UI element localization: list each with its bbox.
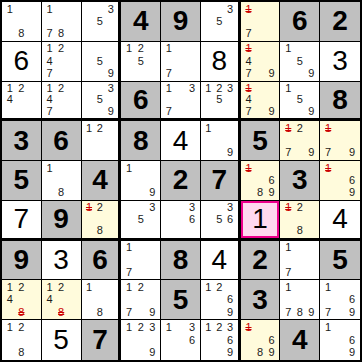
- cell-r1c3[interactable]: 35: [82, 2, 122, 42]
- candidate-grid: 169: [322, 321, 358, 359]
- given-digit: 3: [292, 166, 308, 194]
- eliminated-candidate-1: 1: [322, 162, 334, 174]
- cell-r2c2[interactable]: 1247: [42, 42, 82, 82]
- candidate-2: 2: [55, 83, 67, 95]
- candidate-4: 4: [4, 94, 16, 106]
- cell-r2c6[interactable]: 8: [201, 42, 241, 82]
- cell-r8c9[interactable]: 1679: [320, 280, 360, 320]
- cell-r6c7[interactable]: 1: [241, 201, 281, 241]
- candidate-5: 5: [214, 213, 225, 225]
- cell-r8c5[interactable]: 5: [161, 280, 201, 320]
- cell-r2c8[interactable]: 159: [280, 42, 320, 82]
- candidate-6: 6: [186, 213, 198, 225]
- candidate-4: 4: [243, 94, 255, 106]
- cell-r4c8[interactable]: 2791: [280, 121, 320, 161]
- candidate-9: 9: [266, 67, 278, 79]
- candidate-2: 2: [135, 321, 147, 334]
- cell-r4c1[interactable]: 3: [2, 121, 42, 161]
- candidate-7: 7: [123, 266, 135, 278]
- given-digit: 8: [173, 246, 189, 274]
- candidate-7: 7: [243, 28, 255, 40]
- candidate-1: 1: [44, 281, 56, 293]
- candidate-7: 7: [44, 28, 56, 40]
- candidate-3: 3: [186, 83, 198, 95]
- candidate-1: 1: [322, 321, 334, 334]
- cell-r2c4[interactable]: 125: [121, 42, 161, 82]
- given-digit: 9: [14, 246, 30, 274]
- cell-r7c4[interactable]: 17: [121, 241, 161, 281]
- eliminated-candidate-8: 8: [16, 306, 28, 318]
- candidate-5: 5: [135, 213, 147, 225]
- candidate-1: 1: [123, 162, 135, 174]
- cell-r5c6[interactable]: 7: [201, 161, 241, 201]
- candidate-9: 9: [266, 106, 278, 118]
- given-digit: 3: [252, 286, 268, 314]
- cell-r1c1[interactable]: 18: [2, 2, 42, 42]
- candidate-1: 1: [203, 83, 214, 95]
- cell-r4c6[interactable]: 19: [201, 121, 241, 161]
- given-digit: 5: [173, 286, 189, 314]
- candidate-6: 6: [225, 334, 236, 347]
- cell-r6c9[interactable]: 4: [320, 201, 360, 241]
- cell-r2c5[interactable]: 17: [161, 42, 201, 82]
- cell-r5c7[interactable]: 6891: [241, 161, 281, 201]
- candidate-2: 2: [135, 43, 147, 55]
- candidate-5: 5: [294, 55, 306, 67]
- candidate-8: 8: [55, 187, 67, 199]
- eliminated-candidate-1: 1: [243, 3, 255, 15]
- candidate-1: 1: [203, 122, 214, 134]
- candidate-9: 9: [346, 187, 358, 199]
- candidate-2: 2: [214, 281, 225, 293]
- solved-digit: 3: [53, 246, 69, 274]
- candidate-1: 1: [44, 83, 56, 95]
- candidate-grid: 18: [84, 281, 117, 318]
- candidate-5: 5: [94, 94, 105, 106]
- solved-digit: 8: [211, 47, 227, 75]
- cell-r5c1[interactable]: 5: [2, 161, 42, 201]
- candidate-5: 5: [94, 15, 105, 27]
- cell-r6c8[interactable]: 281: [280, 201, 320, 241]
- candidate-2: 2: [214, 83, 225, 95]
- candidate-grid: 137: [163, 83, 198, 118]
- candidate-1: 1: [84, 122, 95, 134]
- candidate-grid: 1239: [123, 321, 158, 359]
- solved-digit: 4: [332, 205, 348, 233]
- given-digit: 6: [53, 127, 69, 155]
- candidate-grid: 19: [203, 122, 236, 159]
- candidate-1: 1: [44, 43, 56, 55]
- candidate-5: 5: [214, 94, 225, 106]
- candidate-9: 9: [147, 187, 159, 199]
- cell-r4c4[interactable]: 8: [121, 121, 161, 161]
- candidate-9: 9: [306, 67, 318, 79]
- candidate-grid: 1247: [44, 83, 79, 118]
- candidate-9: 9: [306, 306, 318, 318]
- cell-r3c6[interactable]: 1235: [201, 82, 241, 122]
- candidate-grid: 17: [163, 43, 198, 80]
- cell-r1c8[interactable]: 6: [280, 2, 320, 42]
- cell-r7c2[interactable]: 3: [42, 241, 82, 281]
- cell-r7c9[interactable]: 5: [320, 241, 360, 281]
- candidate-1: 1: [84, 281, 95, 293]
- candidate-6: 6: [266, 174, 278, 186]
- given-digit: 5: [332, 246, 348, 274]
- cell-r9c7[interactable]: 6891: [241, 320, 281, 360]
- cell-r6c1[interactable]: 7: [2, 201, 42, 241]
- candidate-5: 5: [94, 55, 105, 67]
- cell-r1c7[interactable]: 71: [241, 2, 281, 42]
- candidate-grid: 12369: [203, 321, 236, 359]
- candidate-8: 8: [16, 28, 28, 40]
- cell-r2c1[interactable]: 6: [2, 42, 42, 82]
- cell-r7c5[interactable]: 8: [161, 241, 201, 281]
- cell-r3c9[interactable]: 8: [320, 82, 360, 122]
- given-digit: 4: [133, 7, 149, 35]
- given-digit: 2: [332, 7, 348, 35]
- candidate-9: 9: [225, 346, 236, 359]
- candidate-grid: 35: [203, 3, 236, 40]
- candidate-2: 2: [16, 321, 28, 334]
- candidate-grid: 1789: [282, 281, 317, 318]
- cell-r3c8[interactable]: 159: [280, 82, 320, 122]
- candidate-grid: 35: [84, 3, 117, 40]
- candidate-1: 1: [163, 43, 175, 55]
- candidate-1: 1: [123, 43, 135, 55]
- candidate-7: 7: [44, 67, 56, 79]
- candidate-5: 5: [214, 15, 225, 27]
- candidate-grid: 1248: [4, 281, 39, 318]
- cell-r7c6[interactable]: 4: [201, 241, 241, 281]
- eliminated-candidate-1: 1: [243, 43, 255, 55]
- solved-digit: 7: [14, 205, 30, 233]
- candidate-grid: 2791: [282, 122, 317, 159]
- candidate-grid: 356: [203, 202, 236, 237]
- solved-digit: 6: [14, 47, 30, 75]
- candidate-6: 6: [346, 294, 358, 306]
- candidate-9: 9: [346, 346, 358, 359]
- candidate-1: 1: [322, 281, 334, 293]
- candidate-8: 8: [55, 28, 67, 40]
- candidate-grid: 1248: [44, 281, 79, 318]
- candidate-7: 7: [243, 67, 255, 79]
- cell-r7c1[interactable]: 9: [2, 241, 42, 281]
- given-digit: 8: [133, 127, 149, 155]
- candidate-6: 6: [346, 334, 358, 347]
- cell-r7c7[interactable]: 2: [241, 241, 281, 281]
- given-digit: 2: [252, 246, 268, 274]
- solved-digit: 5: [53, 326, 69, 354]
- cell-r3c3[interactable]: 359: [82, 82, 122, 122]
- given-digit: 9: [173, 7, 189, 35]
- candidate-2: 2: [94, 122, 105, 134]
- candidate-7: 7: [123, 306, 135, 318]
- candidate-9: 9: [266, 187, 278, 199]
- candidate-1: 1: [44, 162, 56, 174]
- candidate-2: 2: [94, 202, 105, 214]
- candidate-8: 8: [294, 306, 306, 318]
- cell-r6c6[interactable]: 356: [201, 201, 241, 241]
- eliminated-candidate-1: 1: [243, 321, 255, 334]
- cell-r3c4[interactable]: 6: [121, 82, 161, 122]
- candidate-grid: 1679: [322, 281, 358, 318]
- candidate-8: 8: [16, 346, 28, 359]
- cell-r9c6[interactable]: 12369: [201, 320, 241, 360]
- cell-r6c3[interactable]: 281: [82, 201, 122, 241]
- cell-r6c4[interactable]: 35: [121, 201, 161, 241]
- candidate-9: 9: [266, 346, 278, 359]
- candidate-6: 6: [266, 334, 278, 347]
- given-digit: 7: [92, 326, 108, 354]
- cell-r4c9[interactable]: 791: [320, 121, 360, 161]
- candidate-grid: 281: [84, 202, 117, 237]
- candidate-3: 3: [147, 321, 159, 334]
- candidate-grid: 128: [4, 321, 39, 359]
- candidate-7: 7: [282, 266, 294, 278]
- candidate-2: 2: [55, 281, 67, 293]
- candidate-5: 5: [135, 55, 147, 67]
- eliminated-candidate-1: 1: [282, 202, 294, 214]
- cell-r3c1[interactable]: 124: [2, 82, 42, 122]
- candidate-6: 6: [225, 294, 236, 306]
- cell-r1c9[interactable]: 2: [320, 2, 360, 42]
- cell-r5c8[interactable]: 3: [280, 161, 320, 201]
- cell-r8c1[interactable]: 1248: [2, 280, 42, 320]
- candidate-grid: 124: [4, 83, 39, 118]
- candidate-1: 1: [123, 281, 135, 293]
- candidate-9: 9: [147, 346, 159, 359]
- cell-r2c7[interactable]: 4791: [241, 42, 281, 82]
- candidate-1: 1: [4, 281, 16, 293]
- candidate-2: 2: [135, 281, 147, 293]
- candidate-grid: 36: [163, 202, 198, 237]
- cell-r3c5[interactable]: 137: [161, 82, 201, 122]
- cell-r4c3[interactable]: 12: [82, 121, 122, 161]
- candidate-grid: 59: [84, 43, 117, 80]
- given-digit: 4: [292, 326, 308, 354]
- candidate-2: 2: [55, 43, 67, 55]
- candidate-2: 2: [16, 83, 28, 95]
- candidate-8: 8: [294, 225, 306, 237]
- candidate-3: 3: [225, 83, 236, 95]
- candidate-grid: 6891: [243, 321, 278, 359]
- cell-r8c4[interactable]: 1279: [121, 280, 161, 320]
- candidate-grid: 1247: [44, 43, 79, 80]
- given-digit: 6: [292, 7, 308, 35]
- candidate-4: 4: [44, 94, 56, 106]
- given-digit: 2: [173, 166, 189, 194]
- candidate-grid: 691: [322, 162, 358, 199]
- candidate-9: 9: [105, 106, 116, 118]
- eliminated-candidate-1: 1: [84, 202, 95, 214]
- candidate-1: 1: [4, 321, 16, 334]
- cell-r2c3[interactable]: 59: [82, 42, 122, 82]
- candidate-3: 3: [147, 202, 159, 214]
- candidate-9: 9: [225, 147, 236, 159]
- candidate-3: 3: [186, 321, 198, 334]
- candidate-3: 3: [225, 321, 236, 334]
- candidate-3: 3: [186, 202, 198, 214]
- candidate-4: 4: [44, 55, 56, 67]
- cell-r9c4[interactable]: 1239: [121, 320, 161, 360]
- candidate-grid: 359: [84, 83, 117, 118]
- candidate-3: 3: [105, 83, 116, 95]
- candidate-9: 9: [346, 147, 358, 159]
- cell-r9c8[interactable]: 4: [280, 320, 320, 360]
- candidate-grid: 35: [123, 202, 158, 237]
- cell-r9c9[interactable]: 169: [320, 320, 360, 360]
- candidate-7: 7: [163, 106, 175, 118]
- candidate-6: 6: [346, 174, 358, 186]
- cell-r9c3[interactable]: 7: [82, 320, 122, 360]
- candidate-1: 1: [123, 321, 135, 334]
- cell-r3c7[interactable]: 4791: [241, 82, 281, 122]
- candidate-grid: 159: [282, 83, 317, 118]
- eliminated-candidate-1: 1: [243, 83, 255, 95]
- candidate-2: 2: [16, 281, 28, 293]
- cell-r7c8[interactable]: 17: [280, 241, 320, 281]
- eliminated-candidate-1: 1: [322, 122, 334, 134]
- cell-r8c3[interactable]: 18: [82, 280, 122, 320]
- candidate-3: 3: [225, 202, 236, 214]
- candidate-grid: 17: [123, 242, 158, 279]
- candidate-4: 4: [243, 55, 255, 67]
- candidate-grid: 4791: [243, 83, 278, 118]
- candidate-9: 9: [306, 106, 318, 118]
- cell-r7c3[interactable]: 6: [82, 241, 122, 281]
- candidate-grid: 159: [282, 43, 317, 80]
- candidate-6: 6: [225, 213, 236, 225]
- candidate-1: 1: [44, 3, 56, 15]
- candidate-3: 3: [105, 3, 116, 15]
- candidate-1: 1: [123, 242, 135, 254]
- cell-r5c9[interactable]: 691: [320, 161, 360, 201]
- eliminated-candidate-8: 8: [55, 306, 67, 318]
- candidate-4: 4: [4, 294, 16, 306]
- selected-digit: 1: [252, 205, 268, 233]
- cell-r8c8[interactable]: 1789: [280, 280, 320, 320]
- given-digit: 5: [252, 127, 268, 155]
- cell-r1c6[interactable]: 35: [201, 2, 241, 42]
- candidate-1: 1: [282, 43, 294, 55]
- cell-r5c5[interactable]: 2: [161, 161, 201, 201]
- candidate-grid: 1269: [203, 281, 236, 318]
- candidate-grid: 4791: [243, 43, 278, 80]
- candidate-1: 1: [4, 3, 16, 15]
- candidate-grid: 6891: [243, 162, 278, 199]
- candidate-9: 9: [346, 306, 358, 318]
- cell-r6c2[interactable]: 9: [42, 201, 82, 241]
- given-digit: 7: [211, 166, 227, 194]
- eliminated-candidate-1: 1: [282, 122, 294, 134]
- cell-r5c2[interactable]: 18: [42, 161, 82, 201]
- given-digit: 4: [92, 166, 108, 194]
- candidate-1: 1: [282, 242, 294, 254]
- candidate-8: 8: [94, 306, 105, 318]
- candidate-grid: 125: [123, 43, 158, 80]
- candidate-grid: 19: [123, 162, 158, 199]
- given-digit: 8: [332, 86, 348, 114]
- cell-r9c5[interactable]: 136: [161, 320, 201, 360]
- candidate-grid: 18: [4, 3, 39, 40]
- candidate-3: 3: [225, 3, 236, 15]
- given-digit: 3: [14, 127, 30, 155]
- candidate-7: 7: [282, 306, 294, 318]
- cell-r8c7[interactable]: 3: [241, 280, 281, 320]
- candidate-grid: 71: [243, 3, 278, 40]
- candidate-1: 1: [282, 281, 294, 293]
- candidate-8: 8: [94, 225, 105, 237]
- cell-r4c2[interactable]: 6: [42, 121, 82, 161]
- candidate-9: 9: [306, 147, 318, 159]
- cell-r3c2[interactable]: 1247: [42, 82, 82, 122]
- candidate-4: 4: [44, 294, 56, 306]
- candidate-grid: 281: [282, 202, 317, 237]
- sudoku-board: 1817835493571626124759125178479115931241…: [0, 0, 362, 362]
- candidate-6: 6: [186, 334, 198, 347]
- cell-r4c7[interactable]: 5: [241, 121, 281, 161]
- candidate-7: 7: [243, 106, 255, 118]
- cell-r2c9[interactable]: 3: [320, 42, 360, 82]
- candidate-2: 2: [294, 202, 306, 214]
- solved-digit: 3: [332, 47, 348, 75]
- candidate-2: 2: [294, 122, 306, 134]
- candidate-grid: 17: [282, 242, 317, 279]
- candidate-9: 9: [105, 67, 116, 79]
- candidate-5: 5: [294, 94, 306, 106]
- cell-r8c2[interactable]: 1248: [42, 280, 82, 320]
- given-digit: 5: [14, 166, 30, 194]
- cell-r1c4[interactable]: 4: [121, 2, 161, 42]
- candidate-grid: 18: [44, 162, 79, 199]
- cell-r1c5[interactable]: 9: [161, 2, 201, 42]
- solved-digit: 4: [173, 127, 189, 155]
- cell-r9c1[interactable]: 128: [2, 320, 42, 360]
- cell-r8c6[interactable]: 1269: [201, 280, 241, 320]
- cell-r5c4[interactable]: 19: [121, 161, 161, 201]
- candidate-7: 7: [322, 306, 334, 318]
- candidate-1: 1: [203, 321, 214, 334]
- candidate-grid: 1235: [203, 83, 236, 118]
- given-digit: 9: [53, 205, 69, 233]
- candidate-grid: 791: [322, 122, 358, 159]
- candidate-1: 1: [4, 83, 16, 95]
- candidate-7: 7: [282, 147, 294, 159]
- given-digit: 6: [133, 86, 149, 114]
- solved-digit: 4: [211, 246, 227, 274]
- candidate-1: 1: [163, 321, 175, 334]
- candidate-7: 7: [322, 147, 334, 159]
- cell-r9c2[interactable]: 5: [42, 320, 82, 360]
- cell-r6c5[interactable]: 36: [161, 201, 201, 241]
- candidate-1: 1: [282, 83, 294, 95]
- cell-r1c2[interactable]: 178: [42, 2, 82, 42]
- cell-r5c3[interactable]: 4: [82, 161, 122, 201]
- candidate-1: 1: [163, 83, 175, 95]
- candidate-7: 7: [44, 106, 56, 118]
- eliminated-candidate-1: 1: [243, 162, 255, 174]
- given-digit: 6: [92, 246, 108, 274]
- candidate-2: 2: [214, 321, 225, 334]
- candidate-9: 9: [147, 306, 159, 318]
- candidate-grid: 136: [163, 321, 198, 359]
- candidate-9: 9: [225, 306, 236, 318]
- candidate-8: 8: [254, 346, 266, 359]
- candidate-grid: 178: [44, 3, 79, 40]
- candidate-8: 8: [254, 187, 266, 199]
- candidate-grid: 12: [84, 122, 117, 159]
- cell-r4c5[interactable]: 4: [161, 121, 201, 161]
